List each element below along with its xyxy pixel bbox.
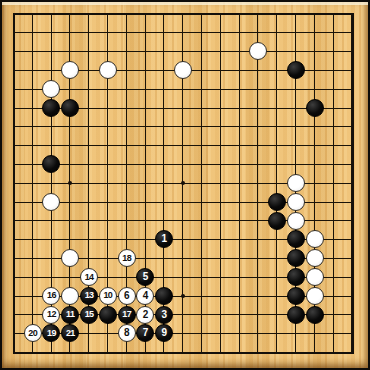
black-stone-move-19[interactable]: 19: [42, 324, 60, 342]
move-number: 18: [122, 254, 131, 263]
black-stone[interactable]: [287, 249, 305, 267]
white-stone[interactable]: [99, 61, 117, 79]
move-number: 12: [47, 310, 56, 319]
black-stone-move-21[interactable]: 21: [61, 324, 79, 342]
black-stone[interactable]: [268, 193, 286, 211]
black-stone[interactable]: [287, 287, 305, 305]
white-stone[interactable]: [61, 61, 79, 79]
black-stone[interactable]: [155, 287, 173, 305]
move-number: 10: [103, 291, 112, 300]
black-stone[interactable]: [287, 230, 305, 248]
white-stone[interactable]: [306, 287, 324, 305]
white-stone-move-6[interactable]: 6: [118, 287, 136, 305]
move-number: 14: [85, 273, 94, 282]
black-stone-move-5[interactable]: 5: [136, 268, 154, 286]
white-stone[interactable]: [306, 230, 324, 248]
white-stone[interactable]: [42, 80, 60, 98]
black-stone-move-3[interactable]: 3: [155, 306, 173, 324]
white-stone[interactable]: [61, 287, 79, 305]
move-number: 21: [66, 329, 75, 338]
white-stone[interactable]: [306, 268, 324, 286]
white-stone-move-14[interactable]: 14: [80, 268, 98, 286]
white-stone[interactable]: [61, 249, 79, 267]
black-stone[interactable]: [42, 155, 60, 173]
white-stone-move-8[interactable]: 8: [118, 324, 136, 342]
black-stone[interactable]: [99, 306, 117, 324]
move-number: 3: [161, 310, 167, 320]
go-board: 123456789101112131415161718192021: [0, 0, 370, 370]
move-number: 2: [143, 310, 149, 320]
move-number: 4: [143, 291, 149, 301]
black-stone[interactable]: [306, 306, 324, 324]
black-stone-move-13[interactable]: 13: [80, 287, 98, 305]
star-point: [68, 181, 72, 185]
move-number: 15: [85, 310, 94, 319]
white-stone[interactable]: [249, 42, 267, 60]
black-stone-move-15[interactable]: 15: [80, 306, 98, 324]
white-stone[interactable]: [287, 174, 305, 192]
white-stone-move-16[interactable]: 16: [42, 287, 60, 305]
move-number: 6: [124, 291, 130, 301]
star-point: [181, 181, 185, 185]
move-number: 9: [161, 328, 167, 338]
move-number: 1: [161, 234, 167, 244]
move-number: 19: [47, 329, 56, 338]
move-number: 20: [28, 329, 37, 338]
white-stone-move-12[interactable]: 12: [42, 306, 60, 324]
white-stone[interactable]: [42, 193, 60, 211]
move-number: 13: [85, 291, 94, 300]
black-stone[interactable]: [287, 306, 305, 324]
black-stone[interactable]: [287, 61, 305, 79]
white-stone[interactable]: [306, 249, 324, 267]
move-number: 5: [143, 272, 149, 282]
black-stone[interactable]: [287, 268, 305, 286]
white-stone-move-10[interactable]: 10: [99, 287, 117, 305]
black-stone[interactable]: [61, 99, 79, 117]
black-stone-move-7[interactable]: 7: [136, 324, 154, 342]
white-stone[interactable]: [287, 193, 305, 211]
black-stone[interactable]: [42, 99, 60, 117]
black-stone-move-17[interactable]: 17: [118, 306, 136, 324]
black-stone-move-9[interactable]: 9: [155, 324, 173, 342]
star-point: [181, 294, 185, 298]
move-number: 16: [47, 291, 56, 300]
black-stone-move-1[interactable]: 1: [155, 230, 173, 248]
black-stone[interactable]: [306, 99, 324, 117]
white-stone-move-20[interactable]: 20: [24, 324, 42, 342]
move-number: 7: [143, 328, 149, 338]
move-number: 8: [124, 328, 130, 338]
white-stone-move-4[interactable]: 4: [136, 287, 154, 305]
white-stone[interactable]: [287, 212, 305, 230]
black-stone[interactable]: [268, 212, 286, 230]
black-stone-move-11[interactable]: 11: [61, 306, 79, 324]
white-stone[interactable]: [174, 61, 192, 79]
move-number: 11: [66, 310, 74, 319]
white-stone-move-2[interactable]: 2: [136, 306, 154, 324]
goban-grid[interactable]: 123456789101112131415161718192021: [5, 5, 362, 362]
move-number: 17: [122, 310, 131, 319]
white-stone-move-18[interactable]: 18: [118, 249, 136, 267]
